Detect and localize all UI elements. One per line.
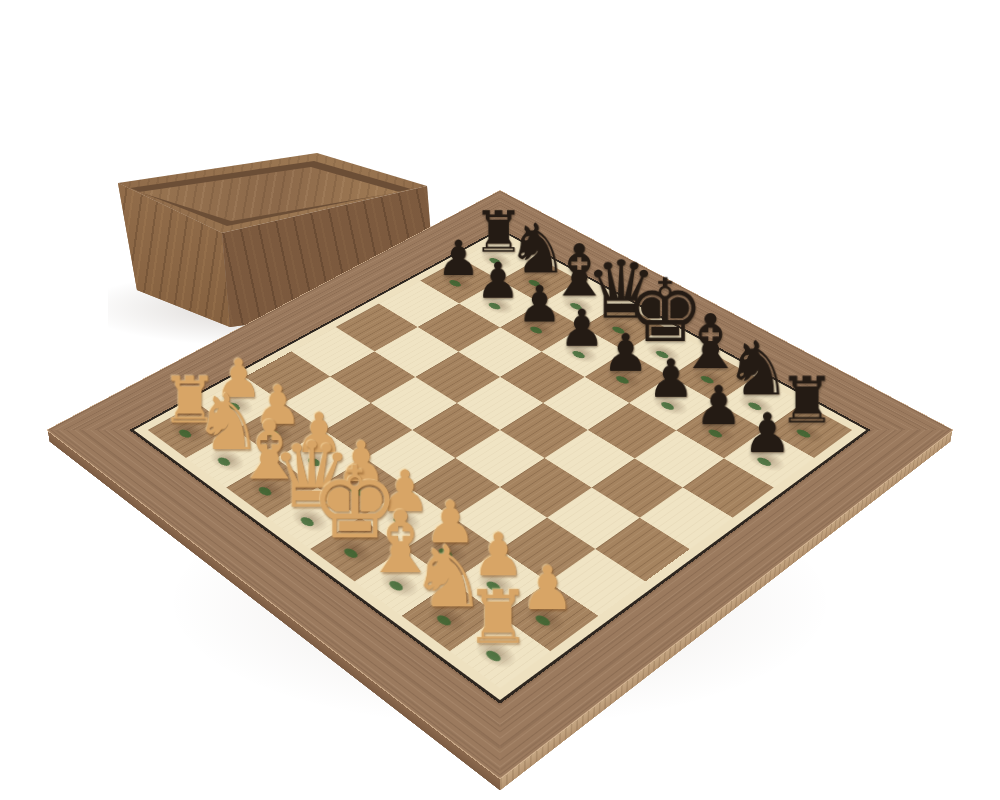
square-h1: ♜: [450, 616, 551, 688]
piece-black-pawn-h7: ♟: [707, 407, 828, 459]
square-h7: ♟: [724, 430, 814, 487]
chess-set-product-photo: ♜♞♝♛♚♝♞♜♟♟♟♟♟♟♟♟♟♟♟♟♟♟♟♟♜♞♝♛♚♝♞♜: [0, 0, 1000, 800]
piece-white-rook-h1: ♜: [430, 583, 565, 653]
board-scene: ♜♞♝♛♚♝♞♜♟♟♟♟♟♟♟♟♟♟♟♟♟♟♟♟♜♞♝♛♚♝♞♜: [0, 0, 1000, 800]
chess-board: ♜♞♝♛♚♝♞♜♟♟♟♟♟♟♟♟♟♟♟♟♟♟♟♟♜♞♝♛♚♝♞♜: [47, 191, 952, 779]
board-squares: ♜♞♝♛♚♝♞♜♟♟♟♟♟♟♟♟♟♟♟♟♟♟♟♟♜♞♝♛♚♝♞♜: [148, 237, 852, 688]
board-playfield: ♜♞♝♛♚♝♞♜♟♟♟♟♟♟♟♟♟♟♟♟♟♟♟♟♜♞♝♛♚♝♞♜: [129, 228, 870, 703]
